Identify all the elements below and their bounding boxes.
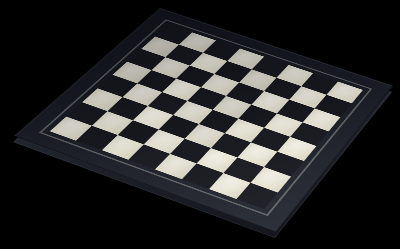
photo-stage xyxy=(0,0,400,249)
chess-board xyxy=(14,8,393,232)
playing-area xyxy=(50,24,363,209)
